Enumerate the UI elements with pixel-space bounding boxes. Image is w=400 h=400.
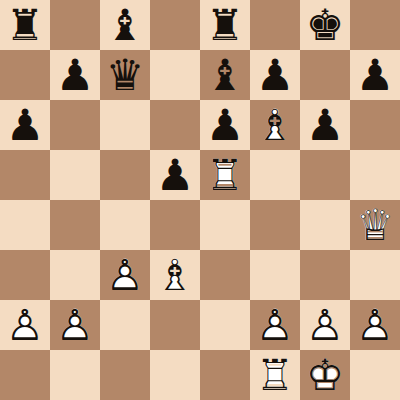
piece-white-pawn-outline: ♙ [300, 300, 350, 350]
square-d8[interactable] [150, 0, 200, 50]
square-d5[interactable]: ♟ [150, 150, 200, 200]
square-b4[interactable] [50, 200, 100, 250]
square-g5[interactable] [300, 150, 350, 200]
chess-board: ♜♝♜♚♟♛♝♟♟♟♟♝♗♟♟♜♖♛♕♟♙♝♗♟♙♟♙♟♙♟♙♟♙♜♖♚♔ [0, 0, 400, 400]
square-a6[interactable]: ♟ [0, 100, 50, 150]
square-f2[interactable]: ♟♙ [250, 300, 300, 350]
square-f1[interactable]: ♜♖ [250, 350, 300, 400]
piece-white-rook-outline: ♖ [200, 150, 250, 200]
square-d7[interactable] [150, 50, 200, 100]
piece-black-pawn[interactable]: ♟ [350, 50, 400, 100]
piece-white-pawn[interactable]: ♟♙ [300, 300, 350, 350]
piece-white-bishop[interactable]: ♝♗ [150, 250, 200, 300]
piece-white-rook[interactable]: ♜♖ [200, 150, 250, 200]
square-c7[interactable]: ♛ [100, 50, 150, 100]
piece-black-rook[interactable]: ♜ [200, 0, 250, 50]
piece-black-pawn[interactable]: ♟ [200, 100, 250, 150]
piece-white-queen[interactable]: ♛♕ [350, 200, 400, 250]
square-c3[interactable]: ♟♙ [100, 250, 150, 300]
square-d4[interactable] [150, 200, 200, 250]
square-a5[interactable] [0, 150, 50, 200]
square-a2[interactable]: ♟♙ [0, 300, 50, 350]
square-b6[interactable] [50, 100, 100, 150]
piece-white-pawn[interactable]: ♟♙ [0, 300, 50, 350]
square-f3[interactable] [250, 250, 300, 300]
piece-black-pawn[interactable]: ♟ [150, 150, 200, 200]
piece-white-pawn-outline: ♙ [100, 250, 150, 300]
piece-black-pawn[interactable]: ♟ [50, 50, 100, 100]
square-b8[interactable] [50, 0, 100, 50]
square-h3[interactable] [350, 250, 400, 300]
square-e1[interactable] [200, 350, 250, 400]
square-b2[interactable]: ♟♙ [50, 300, 100, 350]
piece-white-rook[interactable]: ♜♖ [250, 350, 300, 400]
square-a3[interactable] [0, 250, 50, 300]
square-b7[interactable]: ♟ [50, 50, 100, 100]
square-b5[interactable] [50, 150, 100, 200]
piece-black-pawn[interactable]: ♟ [300, 100, 350, 150]
piece-black-rook[interactable]: ♜ [0, 0, 50, 50]
piece-black-queen[interactable]: ♛ [100, 50, 150, 100]
piece-white-rook-outline: ♖ [250, 350, 300, 400]
piece-white-pawn[interactable]: ♟♙ [50, 300, 100, 350]
square-e4[interactable] [200, 200, 250, 250]
piece-black-pawn[interactable]: ♟ [250, 50, 300, 100]
piece-white-pawn-outline: ♙ [250, 300, 300, 350]
piece-black-pawn[interactable]: ♟ [0, 100, 50, 150]
square-c6[interactable] [100, 100, 150, 150]
square-a4[interactable] [0, 200, 50, 250]
square-b1[interactable] [50, 350, 100, 400]
square-h7[interactable]: ♟ [350, 50, 400, 100]
piece-white-queen-outline: ♕ [350, 200, 400, 250]
square-f7[interactable]: ♟ [250, 50, 300, 100]
piece-black-king[interactable]: ♚ [300, 0, 350, 50]
square-d3[interactable]: ♝♗ [150, 250, 200, 300]
piece-white-pawn-outline: ♙ [50, 300, 100, 350]
square-e6[interactable]: ♟ [200, 100, 250, 150]
square-c5[interactable] [100, 150, 150, 200]
piece-white-pawn-outline: ♙ [350, 300, 400, 350]
square-d2[interactable] [150, 300, 200, 350]
piece-white-pawn[interactable]: ♟♙ [350, 300, 400, 350]
square-h4[interactable]: ♛♕ [350, 200, 400, 250]
square-g6[interactable]: ♟ [300, 100, 350, 150]
square-e3[interactable] [200, 250, 250, 300]
piece-black-bishop[interactable]: ♝ [100, 0, 150, 50]
square-e5[interactable]: ♜♖ [200, 150, 250, 200]
square-f6[interactable]: ♝♗ [250, 100, 300, 150]
square-g8[interactable]: ♚ [300, 0, 350, 50]
square-d6[interactable] [150, 100, 200, 150]
square-e8[interactable]: ♜ [200, 0, 250, 50]
square-c8[interactable]: ♝ [100, 0, 150, 50]
square-c2[interactable] [100, 300, 150, 350]
piece-white-pawn[interactable]: ♟♙ [250, 300, 300, 350]
piece-white-bishop[interactable]: ♝♗ [250, 100, 300, 150]
square-f5[interactable] [250, 150, 300, 200]
square-f8[interactable] [250, 0, 300, 50]
square-g3[interactable] [300, 250, 350, 300]
square-h5[interactable] [350, 150, 400, 200]
square-h1[interactable] [350, 350, 400, 400]
square-d1[interactable] [150, 350, 200, 400]
square-c4[interactable] [100, 200, 150, 250]
square-a1[interactable] [0, 350, 50, 400]
piece-white-king-outline: ♔ [300, 350, 350, 400]
square-g4[interactable] [300, 200, 350, 250]
square-h6[interactable] [350, 100, 400, 150]
square-c1[interactable] [100, 350, 150, 400]
square-h8[interactable] [350, 0, 400, 50]
square-g7[interactable] [300, 50, 350, 100]
piece-white-bishop-outline: ♗ [250, 100, 300, 150]
piece-white-king[interactable]: ♚♔ [300, 350, 350, 400]
square-a7[interactable] [0, 50, 50, 100]
square-e7[interactable]: ♝ [200, 50, 250, 100]
piece-black-bishop[interactable]: ♝ [200, 50, 250, 100]
piece-white-pawn[interactable]: ♟♙ [100, 250, 150, 300]
square-a8[interactable]: ♜ [0, 0, 50, 50]
square-h2[interactable]: ♟♙ [350, 300, 400, 350]
square-b3[interactable] [50, 250, 100, 300]
square-g2[interactable]: ♟♙ [300, 300, 350, 350]
square-f4[interactable] [250, 200, 300, 250]
piece-white-pawn-outline: ♙ [0, 300, 50, 350]
square-g1[interactable]: ♚♔ [300, 350, 350, 400]
piece-white-bishop-outline: ♗ [150, 250, 200, 300]
square-e2[interactable] [200, 300, 250, 350]
